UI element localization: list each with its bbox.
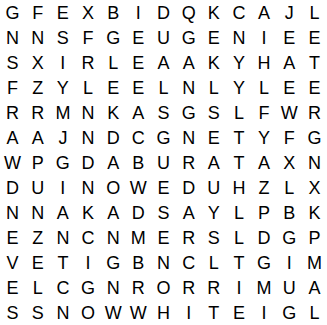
grid-cell[interactable]: I [50,50,75,75]
grid-cell[interactable]: Y [226,75,251,100]
grid-cell[interactable]: E [126,25,151,50]
grid-cell[interactable]: K [201,0,226,25]
grid-cell[interactable]: T [226,250,251,275]
grid-cell[interactable]: E [0,225,25,250]
grid-cell[interactable]: L [277,175,302,200]
grid-cell[interactable]: W [126,300,151,325]
grid-cell[interactable]: L [101,50,126,75]
grid-cell[interactable]: B [126,150,151,175]
grid-cell[interactable]: N [75,100,100,125]
grid-cell[interactable]: X [302,175,327,200]
grid-cell[interactable]: S [151,200,176,225]
grid-cell[interactable]: X [25,50,50,75]
grid-cell[interactable]: N [176,125,201,150]
grid-cell[interactable]: W [126,175,151,200]
grid-cell[interactable]: S [25,300,50,325]
grid-cell[interactable]: H [151,300,176,325]
grid-cell[interactable]: G [50,150,75,175]
grid-cell[interactable]: R [25,100,50,125]
grid-cell[interactable]: E [151,225,176,250]
grid-cell[interactable]: L [252,75,277,100]
grid-cell[interactable]: Y [201,200,226,225]
grid-cell[interactable]: R [176,225,201,250]
grid-cell[interactable]: T [50,250,75,275]
grid-cell[interactable]: X [277,150,302,175]
grid-cell[interactable]: L [25,275,50,300]
grid-cell[interactable]: G [252,250,277,275]
grid-cell[interactable]: X [75,0,100,25]
grid-cell[interactable]: E [25,250,50,275]
word-search-page: GFEXBIDQKCAJLNNSFGEUGENIEESXIRLEAAKYHATF… [0,0,327,325]
grid-cell[interactable]: P [25,150,50,175]
grid-cell[interactable]: G [277,225,302,250]
grid-cell[interactable]: G [151,125,176,150]
grid-cell[interactable]: S [201,225,226,250]
grid-cell[interactable]: V [0,250,25,275]
grid-cell[interactable]: C [75,225,100,250]
grid-cell[interactable]: W [0,150,25,175]
grid-cell[interactable]: D [176,175,201,200]
grid-cell[interactable]: E [0,275,25,300]
grid-cell[interactable]: E [151,175,176,200]
grid-cell[interactable]: N [226,25,251,50]
grid-cell[interactable]: E [226,300,251,325]
grid-cell[interactable]: R [75,50,100,75]
grid-cell[interactable]: N [176,75,201,100]
grid-cell[interactable]: A [252,0,277,25]
grid-cell[interactable]: Z [25,75,50,100]
grid-cell[interactable]: M [50,100,75,125]
grid-cell[interactable]: M [252,275,277,300]
grid-cell[interactable]: E [126,75,151,100]
grid-cell[interactable]: A [151,50,176,75]
grid-cell[interactable]: L [226,200,251,225]
grid-cell[interactable]: U [151,150,176,175]
grid-cell[interactable]: R [126,275,151,300]
grid-cell[interactable]: C [126,125,151,150]
grid-cell[interactable]: Y [50,75,75,100]
grid-cell[interactable]: L [302,300,327,325]
grid-cell[interactable]: N [0,200,25,225]
grid-cell[interactable]: E [126,50,151,75]
grid-cell[interactable]: S [50,25,75,50]
grid-cell[interactable]: N [302,150,327,175]
grid-cell[interactable]: Y [226,50,251,75]
grid-cell[interactable]: C [176,250,201,275]
grid-cell[interactable]: U [151,25,176,50]
grid-cell[interactable]: N [101,275,126,300]
grid-cell[interactable]: N [101,225,126,250]
grid-cell[interactable]: F [75,25,100,50]
grid-cell[interactable]: I [277,250,302,275]
grid-cell[interactable]: E [277,25,302,50]
grid-cell[interactable]: L [201,75,226,100]
grid-cell[interactable]: T [302,50,327,75]
grid-cell[interactable]: B [126,250,151,275]
grid-cell[interactable]: G [302,125,327,150]
grid-cell[interactable]: T [201,300,226,325]
grid-cell[interactable]: N [50,300,75,325]
grid-cell[interactable]: K [302,200,327,225]
grid-cell[interactable]: F [277,125,302,150]
grid-cell[interactable]: N [50,225,75,250]
grid-cell[interactable]: G [176,100,201,125]
grid-cell[interactable]: U [25,175,50,200]
grid-cell[interactable]: I [226,275,251,300]
grid-cell[interactable]: P [252,200,277,225]
grid-cell[interactable]: E [302,25,327,50]
grid-cell[interactable]: J [50,125,75,150]
grid-cell[interactable]: A [25,125,50,150]
grid-cell[interactable]: R [176,275,201,300]
grid-cell[interactable]: I [176,300,201,325]
grid-cell[interactable]: F [252,100,277,125]
grid-cell[interactable]: O [75,300,100,325]
grid-cell[interactable]: Z [252,175,277,200]
grid-cell[interactable]: A [0,125,25,150]
grid-cell[interactable]: Y [252,125,277,150]
grid-cell[interactable]: I [126,0,151,25]
grid-cell[interactable]: A [252,150,277,175]
grid-cell[interactable]: L [201,250,226,275]
grid-cell[interactable]: G [277,300,302,325]
grid-cell[interactable]: M [126,225,151,250]
grid-cell[interactable]: G [176,25,201,50]
grid-cell[interactable]: S [0,50,25,75]
grid-cell[interactable]: A [126,100,151,125]
grid-cell[interactable]: D [126,200,151,225]
grid-cell[interactable]: L [302,0,327,25]
grid-cell[interactable]: H [252,50,277,75]
grid-cell[interactable]: A [176,200,201,225]
grid-cell[interactable]: D [0,175,25,200]
grid-cell[interactable]: E [101,75,126,100]
grid-cell[interactable]: Q [176,0,201,25]
grid-cell[interactable]: E [302,75,327,100]
grid-cell[interactable]: D [151,0,176,25]
grid-cell[interactable]: C [50,275,75,300]
grid-cell[interactable]: E [201,125,226,150]
grid-cell[interactable]: N [151,250,176,275]
grid-cell[interactable]: A [176,50,201,75]
grid-cell[interactable]: L [75,75,100,100]
grid-cell[interactable]: G [101,25,126,50]
grid-cell[interactable]: Z [25,225,50,250]
grid-cell[interactable]: H [226,175,251,200]
grid-cell[interactable]: L [226,100,251,125]
grid-cell[interactable]: W [101,300,126,325]
grid-cell[interactable]: B [101,0,126,25]
grid-cell[interactable]: B [277,200,302,225]
grid-cell[interactable]: L [151,75,176,100]
grid-cell[interactable]: C [226,0,251,25]
grid-cell[interactable]: O [101,175,126,200]
grid-cell[interactable]: I [75,250,100,275]
grid-cell[interactable]: A [201,150,226,175]
grid-cell[interactable]: P [302,225,327,250]
grid-cell[interactable]: K [75,200,100,225]
grid-cell[interactable]: A [50,200,75,225]
grid-cell[interactable]: A [101,200,126,225]
grid-cell[interactable]: I [50,175,75,200]
grid-cell[interactable]: S [201,100,226,125]
grid-cell[interactable]: R [302,100,327,125]
grid-cell[interactable]: N [0,25,25,50]
grid-cell[interactable]: F [25,0,50,25]
grid-cell[interactable]: A [277,50,302,75]
grid-cell[interactable]: G [75,275,100,300]
grid-cell[interactable]: L [226,225,251,250]
grid-cell[interactable]: J [277,0,302,25]
grid-cell[interactable]: I [252,25,277,50]
grid-cell[interactable]: T [226,150,251,175]
grid-cell[interactable]: F [0,75,25,100]
grid-cell[interactable]: E [50,0,75,25]
grid-cell[interactable]: D [101,125,126,150]
grid-cell[interactable]: K [101,100,126,125]
grid-cell[interactable]: K [201,50,226,75]
grid-cell[interactable]: I [252,300,277,325]
grid-cell[interactable]: T [226,125,251,150]
grid-cell[interactable]: E [277,75,302,100]
word-search-grid: GFEXBIDQKCAJLNNSFGEUGENIEESXIRLEAAKYHATF… [0,0,327,325]
grid-cell[interactable]: N [75,125,100,150]
grid-cell[interactable]: N [25,200,50,225]
grid-cell[interactable]: D [75,150,100,175]
grid-cell[interactable]: D [252,225,277,250]
grid-cell[interactable]: O [151,275,176,300]
grid-cell[interactable]: A [302,275,327,300]
grid-cell[interactable]: W [277,100,302,125]
grid-cell[interactable]: G [101,250,126,275]
grid-cell[interactable]: N [75,175,100,200]
grid-cell[interactable]: R [0,100,25,125]
grid-cell[interactable]: A [101,150,126,175]
grid-cell[interactable]: S [151,100,176,125]
grid-cell[interactable]: R [176,150,201,175]
grid-cell[interactable]: M [302,250,327,275]
grid-cell[interactable]: U [277,275,302,300]
grid-cell[interactable]: R [201,275,226,300]
grid-cell[interactable]: N [25,25,50,50]
grid-cell[interactable]: G [0,0,25,25]
grid-cell[interactable]: U [201,175,226,200]
grid-cell[interactable]: E [201,25,226,50]
grid-cell[interactable]: S [0,300,25,325]
